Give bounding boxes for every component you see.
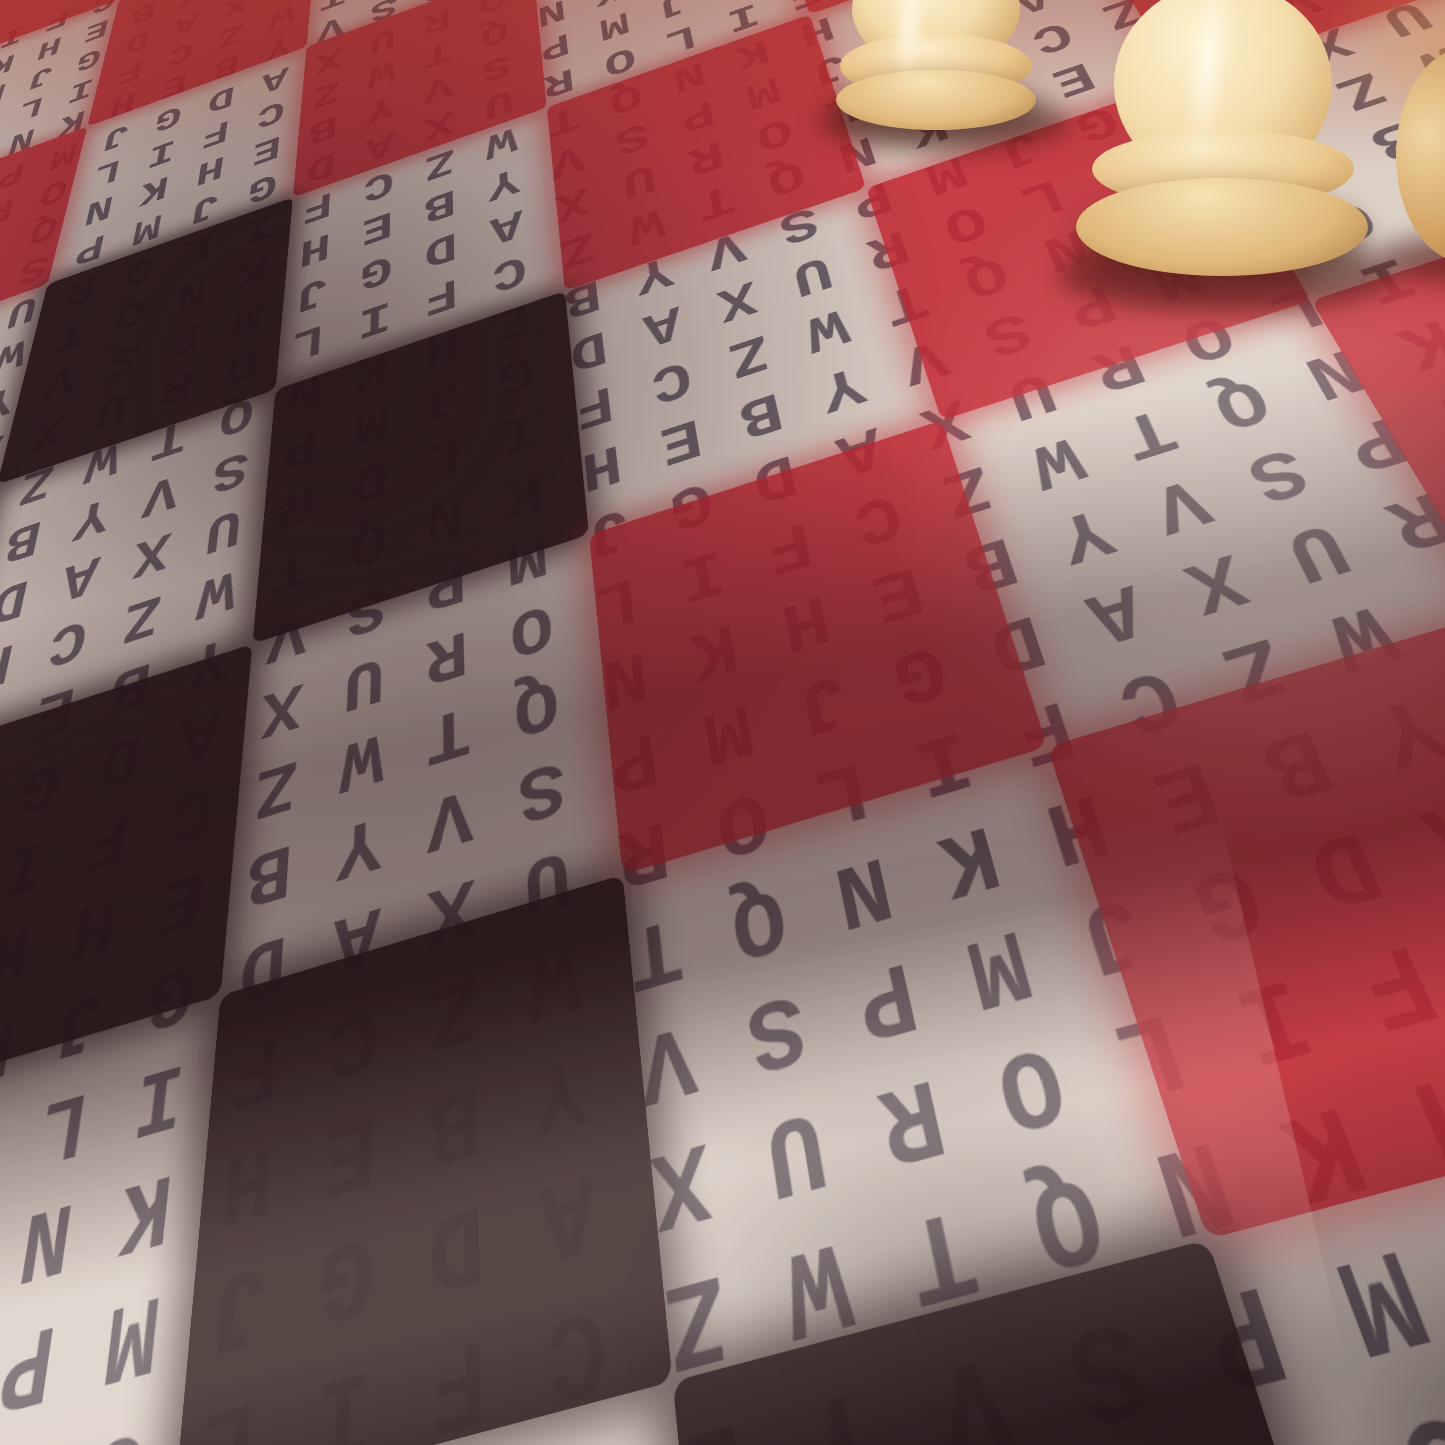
square-5-6-black[interactable] bbox=[252, 291, 589, 644]
white-pawn-right[interactable] bbox=[1072, 0, 1372, 284]
square-4-3-red[interactable] bbox=[87, 0, 317, 127]
square-7-8-red[interactable] bbox=[1047, 612, 1445, 1240]
white-pawn-corner-sliver[interactable] bbox=[1396, 48, 1445, 263]
square-6-5-red[interactable] bbox=[547, 14, 866, 290]
square-4-7-black[interactable] bbox=[0, 644, 252, 1110]
pawn-body bbox=[1396, 48, 1445, 263]
pawn-base bbox=[1076, 178, 1368, 276]
square-6-7-red[interactable] bbox=[589, 420, 1047, 874]
white-pawn-left[interactable] bbox=[836, 0, 1036, 134]
square-5-4-red[interactable] bbox=[293, 0, 547, 197]
square-6-9-black[interactable] bbox=[673, 1239, 1445, 1445]
pawn-base bbox=[836, 70, 1036, 130]
board-photo-stage: YVSPMJGDAXUROLIFCZWTQNKHEBYVSPMJGDAXUROL… bbox=[0, 0, 1445, 1445]
square-5-8-black[interactable] bbox=[174, 875, 673, 1445]
